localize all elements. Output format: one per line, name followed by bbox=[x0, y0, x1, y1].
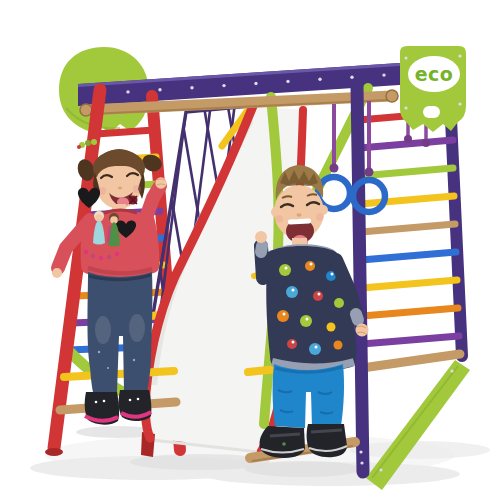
right-ladder-bottom-rung bbox=[362, 354, 460, 368]
girl-left-hand bbox=[52, 268, 62, 278]
right-ladder-rungs bbox=[359, 112, 459, 344]
eco-badge: eco bbox=[400, 46, 466, 132]
eco-panel-handle bbox=[423, 106, 440, 118]
product-photo: eco bbox=[0, 0, 500, 500]
eco-badge-text: eco bbox=[415, 63, 454, 85]
ring-knot bbox=[365, 168, 374, 177]
ring-knot bbox=[330, 164, 339, 173]
boy-jeans bbox=[273, 364, 344, 428]
play-gym-scene: eco bbox=[0, 0, 500, 500]
boy-left-hand bbox=[255, 231, 267, 243]
right-front-rail bbox=[357, 86, 363, 472]
boy-right-hand bbox=[356, 324, 369, 337]
